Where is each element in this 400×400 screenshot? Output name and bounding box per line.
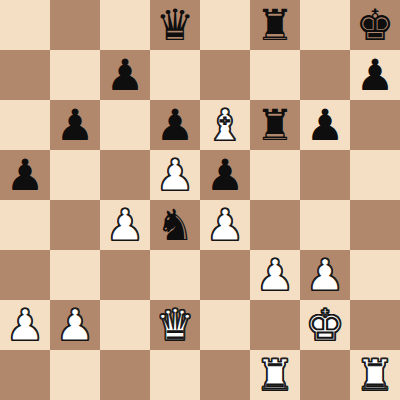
square-g2[interactable]: ♚ [300,300,350,350]
square-a1[interactable] [0,350,50,400]
black-pawn-piece: ♟ [306,100,345,150]
square-f5[interactable] [250,150,300,200]
black-pawn-piece: ♟ [356,50,395,100]
square-c4[interactable]: ♟ [100,200,150,250]
square-b4[interactable] [50,200,100,250]
square-h6[interactable] [350,100,400,150]
square-a4[interactable] [0,200,50,250]
square-d6[interactable]: ♟ [150,100,200,150]
square-a6[interactable] [0,100,50,150]
square-a3[interactable] [0,250,50,300]
square-e4[interactable]: ♟ [200,200,250,250]
square-b2[interactable]: ♟ [50,300,100,350]
black-pawn-piece: ♟ [6,150,45,200]
black-pawn-piece: ♟ [106,50,145,100]
square-b1[interactable] [50,350,100,400]
white-rook-piece: ♜ [356,350,395,400]
square-d5[interactable]: ♟ [150,150,200,200]
square-h5[interactable] [350,150,400,200]
square-b5[interactable] [50,150,100,200]
square-e5[interactable]: ♟ [200,150,250,200]
square-d3[interactable] [150,250,200,300]
black-queen-piece: ♛ [156,0,195,50]
square-b8[interactable] [50,0,100,50]
square-d1[interactable] [150,350,200,400]
white-pawn-piece: ♟ [156,150,195,200]
square-h8[interactable]: ♚ [350,0,400,50]
square-c1[interactable] [100,350,150,400]
square-g8[interactable] [300,0,350,50]
square-h1[interactable]: ♜ [350,350,400,400]
white-pawn-piece: ♟ [206,200,245,250]
square-e6[interactable]: ♝ [200,100,250,150]
square-e2[interactable] [200,300,250,350]
square-c6[interactable] [100,100,150,150]
white-king-piece: ♚ [306,300,345,350]
white-pawn-piece: ♟ [6,300,45,350]
square-c3[interactable] [100,250,150,300]
square-d4[interactable]: ♞ [150,200,200,250]
square-f6[interactable]: ♜ [250,100,300,150]
square-c5[interactable] [100,150,150,200]
square-c2[interactable] [100,300,150,350]
black-pawn-piece: ♟ [56,100,95,150]
square-g5[interactable] [300,150,350,200]
square-e3[interactable] [200,250,250,300]
white-bishop-piece: ♝ [206,100,245,150]
square-f7[interactable] [250,50,300,100]
square-f3[interactable]: ♟ [250,250,300,300]
square-d2[interactable]: ♛ [150,300,200,350]
black-pawn-piece: ♟ [156,100,195,150]
square-b3[interactable] [50,250,100,300]
square-a5[interactable]: ♟ [0,150,50,200]
white-pawn-piece: ♟ [106,200,145,250]
square-a8[interactable] [0,0,50,50]
square-g3[interactable]: ♟ [300,250,350,300]
square-g7[interactable] [300,50,350,100]
square-h2[interactable] [350,300,400,350]
square-b6[interactable]: ♟ [50,100,100,150]
square-h4[interactable] [350,200,400,250]
white-queen-piece: ♛ [156,300,195,350]
square-c8[interactable] [100,0,150,50]
white-pawn-piece: ♟ [56,300,95,350]
square-f1[interactable]: ♜ [250,350,300,400]
white-pawn-piece: ♟ [256,250,295,300]
square-f4[interactable] [250,200,300,250]
black-rook-piece: ♜ [256,0,295,50]
square-f8[interactable]: ♜ [250,0,300,50]
black-pawn-piece: ♟ [206,150,245,200]
square-d7[interactable] [150,50,200,100]
black-rook-piece: ♜ [256,100,295,150]
chess-board: ♛♜♚♟♟♟♟♝♜♟♟♟♟♟♞♟♟♟♟♟♛♚♜♜ [0,0,400,400]
square-g4[interactable] [300,200,350,250]
square-a7[interactable] [0,50,50,100]
square-b7[interactable] [50,50,100,100]
square-d8[interactable]: ♛ [150,0,200,50]
square-a2[interactable]: ♟ [0,300,50,350]
square-h7[interactable]: ♟ [350,50,400,100]
white-rook-piece: ♜ [256,350,295,400]
square-c7[interactable]: ♟ [100,50,150,100]
square-f2[interactable] [250,300,300,350]
square-g6[interactable]: ♟ [300,100,350,150]
square-h3[interactable] [350,250,400,300]
square-e8[interactable] [200,0,250,50]
black-knight-piece: ♞ [156,200,195,250]
square-g1[interactable] [300,350,350,400]
square-e7[interactable] [200,50,250,100]
square-e1[interactable] [200,350,250,400]
black-king-piece: ♚ [356,0,395,50]
white-pawn-piece: ♟ [306,250,345,300]
